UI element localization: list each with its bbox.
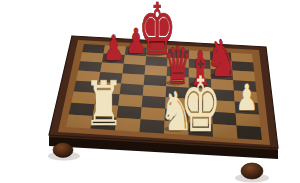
piece-white-king-f1[interactable]: ♚ bbox=[180, 61, 221, 150]
foot-right bbox=[241, 163, 263, 179]
square-a7[interactable] bbox=[80, 52, 103, 62]
square-a8[interactable] bbox=[82, 44, 105, 54]
foot-left bbox=[53, 143, 73, 158]
piece-red-pawn-c8[interactable]: ♟ bbox=[125, 22, 147, 61]
piece-red-pawn-b7[interactable]: ♟ bbox=[103, 28, 125, 69]
chess-set-photo: ♚♟♟♞♛♝♟♜♞♚ bbox=[0, 0, 300, 183]
piece-white-pawn-h3[interactable]: ♟ bbox=[236, 76, 259, 118]
square-h1[interactable] bbox=[237, 126, 263, 141]
square-c5[interactable] bbox=[121, 73, 145, 85]
chess-board-scene: ♚♟♟♞♛♝♟♜♞♚ bbox=[0, 0, 300, 183]
piece-white-rook-b1[interactable]: ♜ bbox=[84, 67, 124, 139]
